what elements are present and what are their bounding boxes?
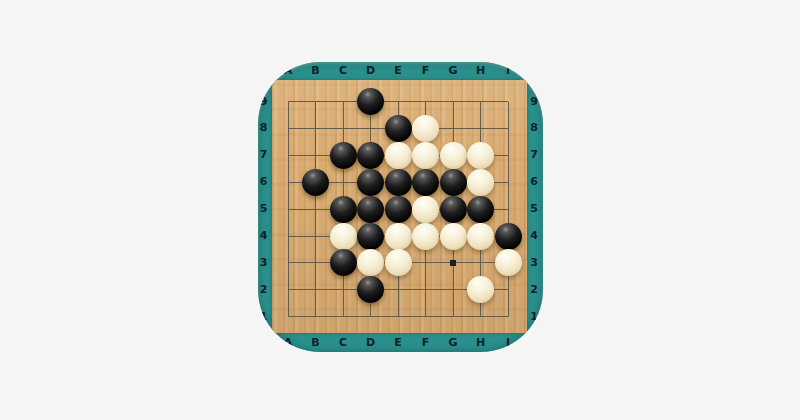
stone-white-F5 — [412, 196, 439, 223]
stone-white-F8 — [412, 115, 439, 142]
coord-bottom-A: A — [280, 336, 296, 350]
stone-black-C7 — [330, 142, 357, 169]
coord-bottom-D: D — [363, 336, 379, 350]
stone-white-H4 — [467, 223, 494, 250]
stone-white-G7 — [440, 142, 467, 169]
coord-top-F: F — [418, 64, 434, 78]
coord-top-H: H — [473, 64, 489, 78]
coord-right-3: 3 — [526, 256, 542, 270]
coord-right-9: 9 — [526, 95, 542, 109]
gomoku-app-icon[interactable]: AABBCCDDEEFFGGHHII998877665544332211 — [258, 62, 543, 352]
stone-black-H5 — [467, 196, 494, 223]
coord-bottom-E: E — [390, 336, 406, 350]
stone-black-G6 — [440, 169, 467, 196]
coord-right-5: 5 — [526, 202, 542, 216]
stone-white-E4 — [385, 223, 412, 250]
stone-black-E5 — [385, 196, 412, 223]
stone-black-I4 — [495, 223, 522, 250]
coord-right-6: 6 — [526, 175, 542, 189]
coord-left-5: 5 — [258, 202, 272, 216]
stone-white-C4 — [330, 223, 357, 250]
coord-right-4: 4 — [526, 229, 542, 243]
stone-black-F6 — [412, 169, 439, 196]
coord-top-E: E — [390, 64, 406, 78]
stone-black-G5 — [440, 196, 467, 223]
coord-top-I: I — [500, 64, 516, 78]
stone-black-D4 — [357, 223, 384, 250]
coord-top-D: D — [363, 64, 379, 78]
coord-right-1: 1 — [526, 310, 542, 324]
coord-left-6: 6 — [258, 175, 272, 189]
stone-black-B6 — [302, 169, 329, 196]
stone-white-E7 — [385, 142, 412, 169]
coord-bottom-H: H — [473, 336, 489, 350]
coord-right-2: 2 — [526, 283, 542, 297]
coord-bottom-I: I — [500, 336, 516, 350]
screenshot-canvas: AABBCCDDEEFFGGHHII998877665544332211 — [0, 0, 800, 420]
coord-top-B: B — [308, 64, 324, 78]
stone-black-D6 — [357, 169, 384, 196]
coord-left-7: 7 — [258, 148, 272, 162]
coord-bottom-C: C — [335, 336, 351, 350]
coord-left-8: 8 — [258, 121, 272, 135]
star-point-G3 — [450, 260, 456, 266]
stone-white-F4 — [412, 223, 439, 250]
stone-white-F7 — [412, 142, 439, 169]
stone-black-C3 — [330, 249, 357, 276]
coord-bottom-F: F — [418, 336, 434, 350]
stone-white-E3 — [385, 249, 412, 276]
stone-black-D7 — [357, 142, 384, 169]
coord-left-4: 4 — [258, 229, 272, 243]
stone-white-H7 — [467, 142, 494, 169]
stone-black-C5 — [330, 196, 357, 223]
coord-top-A: A — [280, 64, 296, 78]
board-grid-line — [288, 316, 508, 317]
stone-black-E6 — [385, 169, 412, 196]
stone-white-I3 — [495, 249, 522, 276]
stone-black-D9 — [357, 88, 384, 115]
coord-right-8: 8 — [526, 121, 542, 135]
coord-left-2: 2 — [258, 283, 272, 297]
stone-black-E8 — [385, 115, 412, 142]
coord-left-9: 9 — [258, 95, 272, 109]
coord-left-1: 1 — [258, 310, 272, 324]
coord-right-7: 7 — [526, 148, 542, 162]
stone-white-G4 — [440, 223, 467, 250]
coord-top-C: C — [335, 64, 351, 78]
coord-bottom-G: G — [445, 336, 461, 350]
stone-white-H6 — [467, 169, 494, 196]
board-grid-line — [508, 102, 509, 317]
coord-left-3: 3 — [258, 256, 272, 270]
coord-top-G: G — [445, 64, 461, 78]
coord-bottom-B: B — [308, 336, 324, 350]
stone-black-D5 — [357, 196, 384, 223]
